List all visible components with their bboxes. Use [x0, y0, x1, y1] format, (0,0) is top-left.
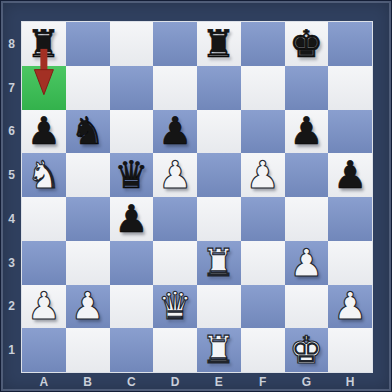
square-h2[interactable]: ♟ [328, 285, 372, 329]
square-h1[interactable] [328, 328, 372, 372]
square-c6[interactable] [110, 110, 154, 154]
square-d6[interactable]: ♟ [153, 110, 197, 154]
square-b3[interactable] [66, 241, 110, 285]
square-b7[interactable] [66, 66, 110, 110]
file-label-H: H [328, 372, 372, 392]
square-h5[interactable]: ♟ [328, 153, 372, 197]
piece-white-pawn[interactable]: ♟ [289, 244, 323, 282]
square-h8[interactable] [328, 22, 372, 66]
square-a5[interactable]: ♞ [22, 153, 66, 197]
square-c3[interactable] [110, 241, 154, 285]
piece-white-queen[interactable]: ♛ [158, 287, 192, 325]
square-f6[interactable] [241, 110, 285, 154]
square-b6[interactable]: ♞ [66, 110, 110, 154]
square-f3[interactable] [241, 241, 285, 285]
rank-label-2: 2 [1, 285, 22, 329]
file-label-F: F [241, 372, 285, 392]
square-g2[interactable] [285, 285, 329, 329]
square-c4[interactable]: ♟ [110, 197, 154, 241]
square-g6[interactable]: ♟ [285, 110, 329, 154]
file-label-D: D [153, 372, 197, 392]
square-f2[interactable] [241, 285, 285, 329]
piece-white-rook[interactable]: ♜ [202, 331, 236, 369]
square-h4[interactable] [328, 197, 372, 241]
piece-black-knight[interactable]: ♞ [71, 112, 105, 150]
square-g5[interactable] [285, 153, 329, 197]
square-e4[interactable] [197, 197, 241, 241]
piece-black-rook[interactable]: ♜ [27, 25, 61, 63]
piece-white-king[interactable]: ♚ [289, 331, 323, 369]
rank-label-7: 7 [1, 66, 22, 110]
piece-black-pawn[interactable]: ♟ [114, 200, 148, 238]
piece-white-rook[interactable]: ♜ [202, 244, 236, 282]
square-f5[interactable]: ♟ [241, 153, 285, 197]
square-f4[interactable] [241, 197, 285, 241]
piece-black-queen[interactable]: ♛ [114, 156, 148, 194]
file-labels: ABCDEFGH [22, 372, 372, 392]
square-d5[interactable]: ♟ [153, 153, 197, 197]
square-f8[interactable] [241, 22, 285, 66]
file-label-A: A [22, 372, 66, 392]
square-d4[interactable] [153, 197, 197, 241]
square-b1[interactable] [66, 328, 110, 372]
square-a4[interactable] [22, 197, 66, 241]
square-a8[interactable]: ♜ [22, 22, 66, 66]
rank-label-5: 5 [1, 153, 22, 197]
square-c8[interactable] [110, 22, 154, 66]
square-e8[interactable]: ♜ [197, 22, 241, 66]
piece-white-pawn[interactable]: ♟ [27, 287, 61, 325]
square-c1[interactable] [110, 328, 154, 372]
square-a1[interactable] [22, 328, 66, 372]
chess-board: ♜♜♚♟♞♟♟♞♛♟♟♟♟♜♟♟♟♛♟♜♚ [22, 22, 372, 372]
square-h6[interactable] [328, 110, 372, 154]
piece-black-pawn[interactable]: ♟ [289, 112, 323, 150]
rank-label-1: 1 [1, 328, 22, 372]
square-f7[interactable] [241, 66, 285, 110]
file-label-B: B [66, 372, 110, 392]
square-a6[interactable]: ♟ [22, 110, 66, 154]
square-d7[interactable] [153, 66, 197, 110]
square-c5[interactable]: ♛ [110, 153, 154, 197]
rank-label-6: 6 [1, 110, 22, 154]
chess-board-frame: 87654321 ♜♜♚♟♞♟♟♞♛♟♟♟♟♜♟♟♟♛♟♜♚ ABCDEFGH [0, 0, 392, 392]
square-b5[interactable] [66, 153, 110, 197]
piece-black-rook[interactable]: ♜ [202, 25, 236, 63]
square-g3[interactable]: ♟ [285, 241, 329, 285]
square-c7[interactable] [110, 66, 154, 110]
square-c2[interactable] [110, 285, 154, 329]
piece-black-pawn[interactable]: ♟ [27, 112, 61, 150]
square-g7[interactable] [285, 66, 329, 110]
square-f1[interactable] [241, 328, 285, 372]
rank-label-4: 4 [1, 197, 22, 241]
file-label-E: E [197, 372, 241, 392]
rank-labels: 87654321 [1, 22, 22, 372]
square-b8[interactable] [66, 22, 110, 66]
square-e2[interactable] [197, 285, 241, 329]
piece-white-pawn[interactable]: ♟ [71, 287, 105, 325]
square-d1[interactable] [153, 328, 197, 372]
square-e7[interactable] [197, 66, 241, 110]
piece-white-pawn[interactable]: ♟ [333, 287, 367, 325]
file-label-C: C [110, 372, 154, 392]
square-g1[interactable]: ♚ [285, 328, 329, 372]
square-a2[interactable]: ♟ [22, 285, 66, 329]
piece-black-king[interactable]: ♚ [289, 25, 323, 63]
square-b4[interactable] [66, 197, 110, 241]
square-a7[interactable] [22, 66, 66, 110]
piece-white-pawn[interactable]: ♟ [246, 156, 280, 194]
piece-black-pawn[interactable]: ♟ [158, 112, 192, 150]
piece-black-pawn[interactable]: ♟ [333, 156, 367, 194]
square-d2[interactable]: ♛ [153, 285, 197, 329]
square-h7[interactable] [328, 66, 372, 110]
square-e6[interactable] [197, 110, 241, 154]
piece-white-pawn[interactable]: ♟ [158, 156, 192, 194]
rank-label-8: 8 [1, 22, 22, 66]
square-g4[interactable] [285, 197, 329, 241]
piece-white-knight[interactable]: ♞ [27, 156, 61, 194]
rank-label-3: 3 [1, 241, 22, 285]
square-e5[interactable] [197, 153, 241, 197]
square-a3[interactable] [22, 241, 66, 285]
square-e1[interactable]: ♜ [197, 328, 241, 372]
square-g8[interactable]: ♚ [285, 22, 329, 66]
square-d8[interactable] [153, 22, 197, 66]
file-label-G: G [285, 372, 329, 392]
square-b2[interactable]: ♟ [66, 285, 110, 329]
square-h3[interactable] [328, 241, 372, 285]
square-e3[interactable]: ♜ [197, 241, 241, 285]
square-d3[interactable] [153, 241, 197, 285]
